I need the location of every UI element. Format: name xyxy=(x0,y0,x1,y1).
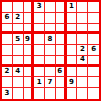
cell-r5c5[interactable] xyxy=(45,45,56,56)
cell-r1c4[interactable]: 3 xyxy=(34,2,45,13)
cell-r2c2[interactable]: 2 xyxy=(13,13,24,24)
cell-r9c1[interactable]: 3 xyxy=(2,88,13,99)
given-digit: 9 xyxy=(25,36,30,43)
cell-r2c5[interactable] xyxy=(45,13,56,24)
cell-r5c2[interactable] xyxy=(13,45,24,56)
cell-r1c6[interactable] xyxy=(56,2,67,13)
cell-r6c1[interactable] xyxy=(2,56,13,67)
cell-r3c7[interactable] xyxy=(67,24,78,35)
cell-r7c4[interactable] xyxy=(34,67,45,78)
cell-r1c1[interactable] xyxy=(2,2,13,13)
cell-r1c8[interactable] xyxy=(77,2,88,13)
cell-r7c3[interactable] xyxy=(24,67,35,78)
cell-r6c7[interactable] xyxy=(67,56,78,67)
cell-r4c8[interactable] xyxy=(77,34,88,45)
cell-r6c5[interactable] xyxy=(45,56,56,67)
sudoku-board: 31625982642461793 xyxy=(0,0,101,101)
given-digit: 2 xyxy=(80,46,85,53)
given-digit: 3 xyxy=(37,3,42,10)
given-digit: 1 xyxy=(69,3,74,10)
cell-r5c1[interactable] xyxy=(2,45,13,56)
cell-r6c2[interactable] xyxy=(13,56,24,67)
cell-r8c7[interactable]: 9 xyxy=(67,77,78,88)
cell-r2c9[interactable] xyxy=(88,13,99,24)
cell-r8c9[interactable] xyxy=(88,77,99,88)
cell-r5c4[interactable] xyxy=(34,45,45,56)
cell-r7c5[interactable] xyxy=(45,67,56,78)
given-digit: 5 xyxy=(15,36,20,43)
given-digit: 6 xyxy=(91,46,96,53)
given-digit: 1 xyxy=(37,79,42,86)
cell-r7c2[interactable]: 4 xyxy=(13,67,24,78)
cell-r6c9[interactable] xyxy=(88,56,99,67)
cell-r4c6[interactable] xyxy=(56,34,67,45)
cell-r3c1[interactable] xyxy=(2,24,13,35)
cell-r1c7[interactable]: 1 xyxy=(67,2,78,13)
cell-r9c2[interactable] xyxy=(13,88,24,99)
cell-r1c3[interactable] xyxy=(24,2,35,13)
given-digit: 4 xyxy=(15,68,20,75)
given-digit: 7 xyxy=(48,79,53,86)
given-digit: 6 xyxy=(4,14,9,21)
cell-r3c2[interactable] xyxy=(13,24,24,35)
cell-r1c2[interactable] xyxy=(13,2,24,13)
cell-r8c2[interactable] xyxy=(13,77,24,88)
cell-r2c1[interactable]: 6 xyxy=(2,13,13,24)
given-digit: 6 xyxy=(57,68,62,75)
cell-r4c5[interactable]: 8 xyxy=(45,34,56,45)
cell-r8c5[interactable]: 7 xyxy=(45,77,56,88)
cell-r4c1[interactable] xyxy=(2,34,13,45)
cell-r3c4[interactable] xyxy=(34,24,45,35)
given-digit: 4 xyxy=(80,56,85,63)
cell-r5c3[interactable] xyxy=(24,45,35,56)
cell-r2c4[interactable] xyxy=(34,13,45,24)
cell-r2c7[interactable] xyxy=(67,13,78,24)
cell-r8c4[interactable]: 1 xyxy=(34,77,45,88)
cell-r1c9[interactable] xyxy=(88,2,99,13)
cell-r4c7[interactable] xyxy=(67,34,78,45)
cell-r9c3[interactable] xyxy=(24,88,35,99)
cell-r3c9[interactable] xyxy=(88,24,99,35)
cell-r8c6[interactable] xyxy=(56,77,67,88)
cell-r4c3[interactable]: 9 xyxy=(24,34,35,45)
cell-r7c9[interactable] xyxy=(88,67,99,78)
cell-r9c9[interactable] xyxy=(88,88,99,99)
cell-r6c4[interactable] xyxy=(34,56,45,67)
cell-r7c1[interactable]: 2 xyxy=(2,67,13,78)
cell-r9c4[interactable] xyxy=(34,88,45,99)
cell-r5c9[interactable]: 6 xyxy=(88,45,99,56)
cell-r6c6[interactable] xyxy=(56,56,67,67)
cell-r3c6[interactable] xyxy=(56,24,67,35)
cell-r2c6[interactable] xyxy=(56,13,67,24)
cell-r6c8[interactable]: 4 xyxy=(77,56,88,67)
cell-r2c3[interactable] xyxy=(24,13,35,24)
given-digit: 2 xyxy=(15,14,20,21)
cell-r5c8[interactable]: 2 xyxy=(77,45,88,56)
cell-r8c8[interactable] xyxy=(77,77,88,88)
given-digit: 9 xyxy=(69,79,74,86)
given-digit: 2 xyxy=(4,68,9,75)
cell-r4c2[interactable]: 5 xyxy=(13,34,24,45)
cell-r9c7[interactable] xyxy=(67,88,78,99)
given-digit: 8 xyxy=(48,36,53,43)
cell-r7c8[interactable] xyxy=(77,67,88,78)
cell-r4c9[interactable] xyxy=(88,34,99,45)
cell-r9c6[interactable] xyxy=(56,88,67,99)
cell-r8c1[interactable] xyxy=(2,77,13,88)
cell-r5c6[interactable] xyxy=(56,45,67,56)
cell-r9c8[interactable] xyxy=(77,88,88,99)
cell-r7c7[interactable] xyxy=(67,67,78,78)
cell-r6c3[interactable] xyxy=(24,56,35,67)
cell-r5c7[interactable] xyxy=(67,45,78,56)
cell-r3c8[interactable] xyxy=(77,24,88,35)
cell-r3c3[interactable] xyxy=(24,24,35,35)
cell-r1c5[interactable] xyxy=(45,2,56,13)
cell-r9c5[interactable] xyxy=(45,88,56,99)
cell-r4c4[interactable] xyxy=(34,34,45,45)
cell-r8c3[interactable] xyxy=(24,77,35,88)
cell-r2c8[interactable] xyxy=(77,13,88,24)
cell-r3c5[interactable] xyxy=(45,24,56,35)
given-digit: 3 xyxy=(4,90,9,97)
cell-r7c6[interactable]: 6 xyxy=(56,67,67,78)
